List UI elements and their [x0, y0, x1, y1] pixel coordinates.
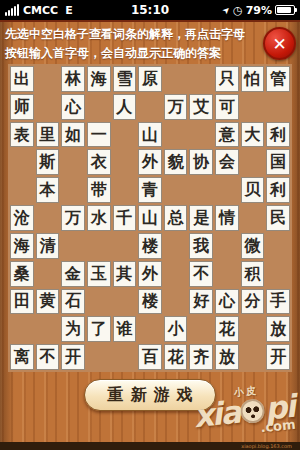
- grid-cell-blocked: [113, 289, 137, 315]
- grid-cell-blocked: [61, 177, 85, 203]
- grid-cell[interactable]: 石: [61, 289, 85, 315]
- grid-cell[interactable]: 出: [10, 66, 34, 92]
- grid-cell[interactable]: 表: [10, 122, 34, 148]
- grid-cell-blocked: [113, 177, 137, 203]
- grid-cell-blocked: [164, 177, 188, 203]
- alarm-clock-icon: ◷: [233, 5, 243, 16]
- grid-cell-blocked: [87, 233, 111, 259]
- crossword-grid: 出林海雪原只怕管师心人万艾可表里如一山意大利斯衣外貌协会国本带青贝利沧万水千山总…: [8, 64, 292, 372]
- status-bar: CMCC E 15:10 ➤ ◷ 79%: [0, 0, 300, 20]
- grid-cell[interactable]: 分: [241, 289, 265, 315]
- grid-cell[interactable]: 百: [138, 344, 162, 370]
- grid-cell-blocked: [241, 149, 265, 175]
- grid-cell[interactable]: 雪: [113, 66, 137, 92]
- grid-cell-blocked: [241, 344, 265, 370]
- xiaopi-watermark: 小皮 xia pi .com: [192, 391, 296, 441]
- watermark-cn-label: 小皮: [233, 383, 258, 399]
- grid-cell-blocked: [138, 94, 162, 120]
- grid-cell[interactable]: 开: [61, 344, 85, 370]
- wordmark-part1: xia: [192, 397, 241, 433]
- grid-cell[interactable]: 沧: [10, 205, 34, 231]
- grid-cell[interactable]: 万: [61, 205, 85, 231]
- grid-cell[interactable]: 管: [266, 66, 290, 92]
- grid-cell-blocked: [215, 177, 239, 203]
- close-icon: ✕: [272, 34, 286, 54]
- grid-cell[interactable]: 金: [61, 261, 85, 287]
- grid-cell[interactable]: 放: [266, 316, 290, 342]
- grid-cell[interactable]: 千: [113, 205, 137, 231]
- grid-cell-blocked: [189, 316, 213, 342]
- grid-cell[interactable]: 貌: [164, 149, 188, 175]
- grid-cell-blocked: [164, 261, 188, 287]
- grid-cell[interactable]: 利: [266, 177, 290, 203]
- grid-cell-blocked: [10, 316, 34, 342]
- grid-cell-blocked: [36, 316, 60, 342]
- grid-cell[interactable]: 贝: [241, 177, 265, 203]
- grid-cell[interactable]: 外: [138, 149, 162, 175]
- grid-cell-blocked: [266, 261, 290, 287]
- grid-cell[interactable]: 艾: [189, 94, 213, 120]
- grid-cell[interactable]: 其: [113, 261, 137, 287]
- grid-cell[interactable]: 原: [138, 66, 162, 92]
- grid-cell-blocked: [36, 66, 60, 92]
- grid-cell[interactable]: 手: [266, 289, 290, 315]
- grid-cell-blocked: [113, 122, 137, 148]
- grid-cell-blocked: [138, 316, 162, 342]
- grid-cell[interactable]: 本: [36, 177, 60, 203]
- grid-cell-blocked: [87, 94, 111, 120]
- grid-cell[interactable]: 衣: [87, 149, 111, 175]
- grid-cell[interactable]: 国: [266, 149, 290, 175]
- grid-cell[interactable]: 人: [113, 94, 137, 120]
- grid-cell[interactable]: 海: [10, 233, 34, 259]
- battery-percent-label: 79%: [246, 4, 272, 17]
- grid-cell[interactable]: 青: [138, 177, 162, 203]
- grid-cell[interactable]: 谁: [113, 316, 137, 342]
- grid-cell[interactable]: 协: [189, 149, 213, 175]
- grid-cell[interactable]: 花: [164, 344, 188, 370]
- grid-cell[interactable]: 小: [164, 316, 188, 342]
- grid-cell[interactable]: 好: [189, 289, 213, 315]
- grid-cell[interactable]: 黄: [36, 289, 60, 315]
- grid-cell[interactable]: 海: [87, 66, 111, 92]
- grid-cell[interactable]: 不: [36, 344, 60, 370]
- grid-cell[interactable]: 楼: [138, 289, 162, 315]
- grid-cell-blocked: [36, 261, 60, 287]
- grid-cell-blocked: [266, 94, 290, 120]
- grid-cell[interactable]: 大: [241, 122, 265, 148]
- grid-cell-blocked: [10, 177, 34, 203]
- grid-cell-blocked: [189, 122, 213, 148]
- grid-cell-blocked: [164, 233, 188, 259]
- instruction-banner: 先选中空白格子查看词条的解释，再点击字母 按钮输入首字母，会自动显示正确的答案: [0, 20, 300, 64]
- grid-cell[interactable]: 是: [189, 205, 213, 231]
- grid-cell[interactable]: 齐: [189, 344, 213, 370]
- grid-cell[interactable]: 带: [87, 177, 111, 203]
- grid-cell[interactable]: 积: [241, 261, 265, 287]
- grid-cell-blocked: [241, 205, 265, 231]
- grid-cell-blocked: [10, 149, 34, 175]
- grid-cell[interactable]: 会: [215, 149, 239, 175]
- grid-cell-blocked: [113, 233, 137, 259]
- grid-cell-blocked: [189, 66, 213, 92]
- grid-cell[interactable]: 斯: [36, 149, 60, 175]
- grid-cell[interactable]: 万: [164, 94, 188, 120]
- grid-cell[interactable]: 总: [164, 205, 188, 231]
- grid-cell[interactable]: 利: [266, 122, 290, 148]
- battery-icon: [275, 5, 295, 15]
- instruction-line-2: 按钮输入首字母，会自动显示正确的答案: [5, 44, 260, 63]
- watermark-caption: xiaopi.blog.163.com: [241, 443, 292, 449]
- grid-cell[interactable]: 如: [61, 122, 85, 148]
- instruction-line-1: 先选中空白格子查看词条的解释，再点击字母: [5, 25, 260, 44]
- grid-cell-blocked: [61, 233, 85, 259]
- grid-cell-blocked: [61, 149, 85, 175]
- grid-cell[interactable]: 林: [61, 66, 85, 92]
- grid-cell-blocked: [164, 289, 188, 315]
- grid-cell[interactable]: 山: [138, 122, 162, 148]
- close-banner-button[interactable]: ✕: [263, 27, 296, 60]
- grid-cell[interactable]: 我: [189, 233, 213, 259]
- grid-cell[interactable]: 师: [10, 94, 34, 120]
- grid-cell-blocked: [189, 177, 213, 203]
- grid-cell[interactable]: 玉: [87, 261, 111, 287]
- grid-cell[interactable]: 了: [87, 316, 111, 342]
- grid-cell[interactable]: 离: [10, 344, 34, 370]
- grid-cell[interactable]: 心: [215, 289, 239, 315]
- grid-cell[interactable]: 田: [10, 289, 34, 315]
- grid-cell[interactable]: 怕: [241, 66, 265, 92]
- grid-cell[interactable]: 水: [87, 205, 111, 231]
- grid-cell[interactable]: 为: [61, 316, 85, 342]
- grid-cell[interactable]: 楼: [138, 233, 162, 259]
- grid-cell-blocked: [87, 289, 111, 315]
- grid-cell[interactable]: 可: [215, 94, 239, 120]
- grid-cell-blocked: [113, 344, 137, 370]
- grid-cell-blocked: [87, 344, 111, 370]
- grid-cell-blocked: [241, 94, 265, 120]
- grid-cell-blocked: [36, 94, 60, 120]
- grid-cell[interactable]: 桑: [10, 261, 34, 287]
- restart-game-label: 重新游戏: [108, 385, 200, 406]
- grid-cell[interactable]: 外: [138, 261, 162, 287]
- grid-cell[interactable]: 微: [241, 233, 265, 259]
- grid-cell[interactable]: 只: [215, 66, 239, 92]
- grid-cell[interactable]: 不: [189, 261, 213, 287]
- grid-cell[interactable]: 放: [215, 344, 239, 370]
- grid-cell[interactable]: 一: [87, 122, 111, 148]
- grid-cell-blocked: [266, 233, 290, 259]
- grid-cell[interactable]: 山: [138, 205, 162, 231]
- grid-cell[interactable]: 开: [266, 344, 290, 370]
- grid-cell[interactable]: 意: [215, 122, 239, 148]
- grid-cell[interactable]: 花: [215, 316, 239, 342]
- grid-cell-blocked: [241, 316, 265, 342]
- grid-cell[interactable]: 清: [36, 233, 60, 259]
- grid-cell[interactable]: 情: [215, 205, 239, 231]
- watermark-caption-strip: xiaopi.blog.163.com: [0, 442, 300, 450]
- grid-cell-blocked: [215, 233, 239, 259]
- grid-cell[interactable]: 里: [36, 122, 60, 148]
- app-screen: CMCC E 15:10 ➤ ◷ 79% 先选中空白格子查看词条的解释，再点击字…: [0, 0, 300, 450]
- location-arrow-icon: ➤: [220, 4, 232, 16]
- grid-cell-blocked: [215, 261, 239, 287]
- grid-cell-blocked: [164, 66, 188, 92]
- grid-cell-blocked: [113, 149, 137, 175]
- grid-cell[interactable]: 民: [266, 205, 290, 231]
- grid-cell-blocked: [164, 122, 188, 148]
- grid-cell[interactable]: 心: [61, 94, 85, 120]
- grid-cell-blocked: [36, 205, 60, 231]
